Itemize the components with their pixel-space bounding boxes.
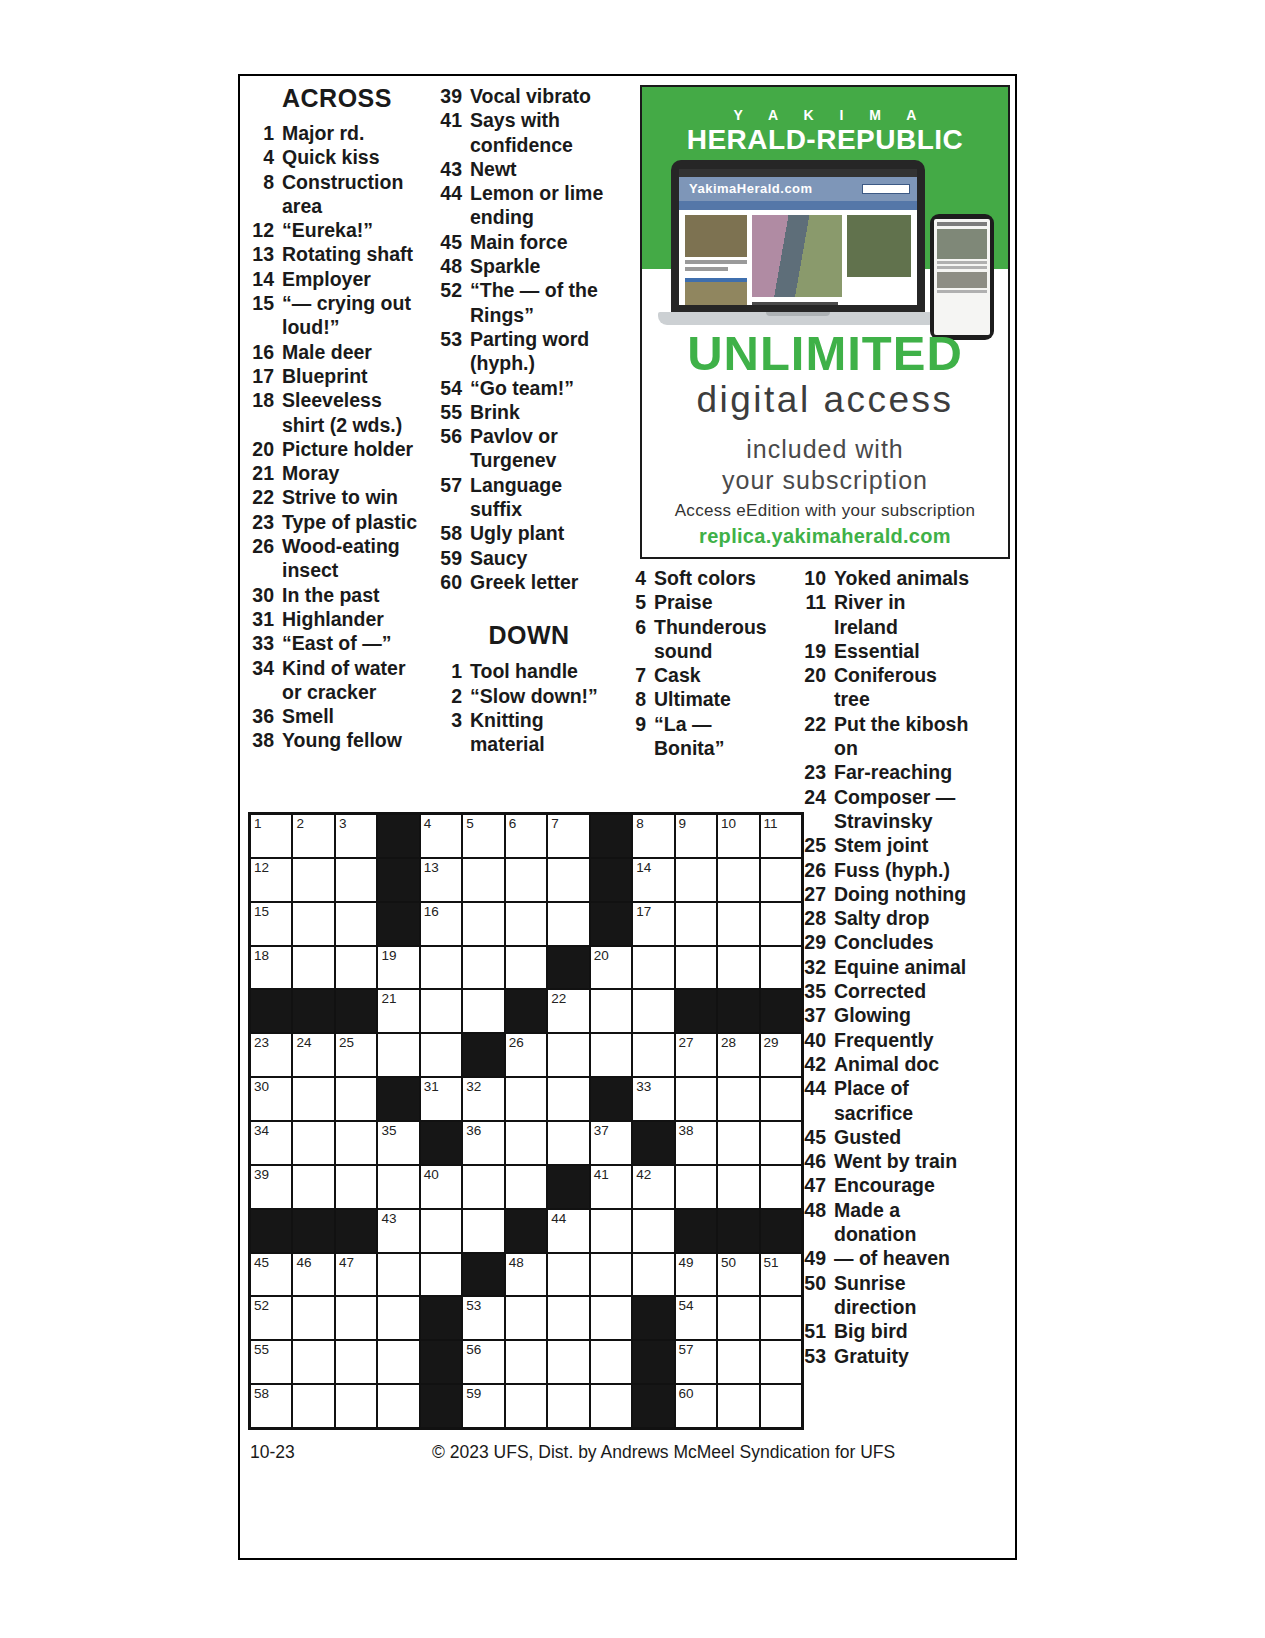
clue: 44Lemon or lime ending	[436, 181, 622, 230]
cell-number: 52	[254, 1298, 269, 1313]
grid-cell[interactable]	[761, 1122, 801, 1164]
clue: 43Newt	[436, 157, 622, 181]
grid-cell[interactable]	[548, 859, 588, 901]
grid-cell[interactable]	[761, 1078, 801, 1120]
grid-cell[interactable]	[761, 1166, 801, 1208]
news-headline-line	[752, 302, 838, 305]
clue-text: Smell	[282, 704, 418, 728]
grid-cell[interactable]: 16	[421, 903, 461, 945]
grid-cell[interactable]: 10	[718, 815, 758, 857]
clue-number: 45	[436, 230, 462, 254]
grid-cell-black	[378, 903, 418, 945]
newspaper-crossword-page: { "game": "crossword", "position": { "ro…	[0, 0, 1265, 1638]
clue: 12“Eureka!”	[248, 218, 426, 242]
grid-cell[interactable]: 51	[761, 1254, 801, 1296]
clue: 51Big bird	[800, 1319, 976, 1343]
cell-number: 8	[636, 816, 644, 831]
clue: 30In the past	[248, 583, 426, 607]
cell-number: 47	[339, 1255, 354, 1270]
grid-cell[interactable]	[761, 947, 801, 989]
grid-cell-black	[548, 1166, 588, 1208]
grid-cell[interactable]: 35	[378, 1122, 418, 1164]
grid-cell[interactable]: 25	[336, 1034, 376, 1076]
clue-number: 56	[436, 424, 462, 473]
clue-number: 19	[800, 639, 826, 663]
clue-number: 21	[248, 461, 274, 485]
cell-number: 25	[339, 1035, 354, 1050]
grid-cell[interactable]: 36	[463, 1122, 503, 1164]
cell-number: 21	[381, 991, 396, 1006]
grid-cell[interactable]: 8	[633, 815, 673, 857]
grid-cell[interactable]	[591, 1385, 631, 1427]
clue-text: Brink	[470, 400, 618, 424]
grid-cell[interactable]: 13	[421, 859, 461, 901]
grid-cell[interactable]	[761, 1341, 801, 1383]
clue-number: 2	[436, 684, 462, 708]
grid-cell[interactable]	[676, 1166, 716, 1208]
grid-cell[interactable]	[761, 1297, 801, 1339]
grid-cell[interactable]	[463, 903, 503, 945]
grid-cell[interactable]	[676, 859, 716, 901]
grid-cell[interactable]	[421, 990, 461, 1032]
cell-number: 28	[721, 1035, 736, 1050]
grid-cell[interactable]	[548, 903, 588, 945]
grid-cell[interactable]: 24	[293, 1034, 333, 1076]
grid-cell[interactable]	[463, 1210, 503, 1252]
clue-number: 30	[248, 583, 274, 607]
subscription-ad: Y A K I M A HERALD-REPUBLIC YakimaHerald…	[640, 85, 1010, 559]
grid-cell[interactable]: 11	[761, 815, 801, 857]
grid-cell[interactable]	[761, 903, 801, 945]
grid-cell[interactable]	[548, 1122, 588, 1164]
grid-cell[interactable]	[676, 1078, 716, 1120]
grid-cell[interactable]	[421, 1254, 461, 1296]
grid-cell[interactable]: 32	[463, 1078, 503, 1120]
website-masthead: YakimaHerald.com	[679, 177, 917, 201]
grid-cell[interactable]	[718, 1385, 758, 1427]
cell-number: 38	[679, 1123, 694, 1138]
clue-text: Young fellow	[282, 728, 418, 752]
cell-number: 39	[254, 1167, 269, 1182]
clue: 57Language suffix	[436, 473, 622, 522]
grid-cell[interactable]	[718, 1297, 758, 1339]
cell-number: 27	[679, 1035, 694, 1050]
grid-cell[interactable]	[718, 1166, 758, 1208]
clue-text: Composer — Stravinsky	[834, 785, 970, 834]
grid-cell[interactable]: 52	[251, 1297, 291, 1339]
clue-text: Quick kiss	[282, 145, 418, 169]
grid-cell[interactable]: 38	[676, 1122, 716, 1164]
grid-cell[interactable]	[676, 947, 716, 989]
grid-cell[interactable]: 46	[293, 1254, 333, 1296]
clue-number: 34	[248, 656, 274, 705]
grid-cell[interactable]	[633, 990, 673, 1032]
clue: 22Strive to win	[248, 485, 426, 509]
clue-text: Stem joint	[834, 833, 970, 857]
grid-cell[interactable]	[336, 1078, 376, 1120]
grid-cell[interactable]: 2	[293, 815, 333, 857]
grid-cell[interactable]: 60	[676, 1385, 716, 1427]
grid-cell[interactable]	[591, 1254, 631, 1296]
clue-text: Blueprint	[282, 364, 418, 388]
clue-text: Put the kibosh on	[834, 712, 970, 761]
phone-news-photo	[937, 272, 987, 288]
across-clue-column: ACROSS 1Major rd.4Quick kiss8Constructio…	[248, 84, 426, 753]
grid-cell[interactable]: 17	[633, 903, 673, 945]
grid-cell[interactable]: 12	[251, 859, 291, 901]
grid-cell[interactable]: 49	[676, 1254, 716, 1296]
grid-cell[interactable]: 45	[251, 1254, 291, 1296]
grid-cell[interactable]	[293, 1297, 333, 1339]
grid-cell[interactable]: 19	[378, 947, 418, 989]
grid-cell[interactable]	[761, 1385, 801, 1427]
clue-text: Greek letter	[470, 570, 618, 594]
grid-cell[interactable]	[336, 1341, 376, 1383]
cell-number: 44	[551, 1211, 566, 1226]
grid-cell-black	[293, 990, 333, 1032]
clue-text: “La — Bonita”	[654, 712, 764, 761]
grid-cell[interactable]: 9	[676, 815, 716, 857]
clue-number: 39	[436, 84, 462, 108]
grid-cell-black	[676, 990, 716, 1032]
cell-number: 54	[679, 1298, 694, 1313]
grid-cell[interactable]	[718, 947, 758, 989]
clue-number: 20	[248, 437, 274, 461]
grid-cell[interactable]	[718, 1341, 758, 1383]
grid-cell[interactable]	[421, 1034, 461, 1076]
grid-cell-black	[633, 1297, 673, 1339]
grid-cell[interactable]: 31	[421, 1078, 461, 1120]
grid-cell[interactable]: 28	[718, 1034, 758, 1076]
grid-cell[interactable]	[633, 1254, 673, 1296]
grid-cell[interactable]: 20	[591, 947, 631, 989]
grid-cell[interactable]	[421, 1210, 461, 1252]
clue-text: Knitting material	[470, 708, 618, 757]
grid-cell[interactable]	[378, 1166, 418, 1208]
grid-cell[interactable]	[506, 903, 546, 945]
grid-cell[interactable]: 26	[506, 1034, 546, 1076]
clue-text: Pavlov or Turgenev	[470, 424, 618, 473]
clue-text: — of heaven	[834, 1246, 970, 1270]
grid-cell[interactable]: 48	[506, 1254, 546, 1296]
grid-cell-black	[378, 859, 418, 901]
clue: 26Wood-eating insect	[248, 534, 426, 583]
cell-number: 34	[254, 1123, 269, 1138]
grid-cell[interactable]	[506, 1341, 546, 1383]
clue-number: 41	[436, 108, 462, 157]
grid-cell[interactable]	[421, 947, 461, 989]
cell-number: 30	[254, 1079, 269, 1094]
grid-cell[interactable]: 39	[251, 1166, 291, 1208]
grid-cell[interactable]	[463, 1166, 503, 1208]
cell-number: 51	[764, 1255, 779, 1270]
clue: 35Corrected	[800, 979, 976, 1003]
laptop-screen: YakimaHerald.com	[671, 160, 925, 312]
cell-number: 59	[466, 1386, 481, 1401]
clue-number: 23	[248, 510, 274, 534]
grid-cell[interactable]	[506, 859, 546, 901]
grid-cell[interactable]	[336, 1166, 376, 1208]
clue-text: Went by train	[834, 1149, 970, 1173]
grid-cell[interactable]: 18	[251, 947, 291, 989]
grid-cell-black	[633, 1341, 673, 1383]
grid-cell[interactable]: 58	[251, 1385, 291, 1427]
grid-cell[interactable]	[718, 1122, 758, 1164]
clue: 8Construction area	[248, 170, 426, 219]
grid-cell[interactable]	[336, 903, 376, 945]
website-search-box	[862, 184, 910, 194]
clue: 58Ugly plant	[436, 521, 622, 545]
grid-cell[interactable]	[676, 903, 716, 945]
grid-cell[interactable]: 23	[251, 1034, 291, 1076]
clue: 20Picture holder	[248, 437, 426, 461]
grid-cell[interactable]	[293, 1078, 333, 1120]
cell-number: 3	[339, 816, 347, 831]
grid-cell[interactable]	[633, 1210, 673, 1252]
clue: 20Coniferous tree	[800, 663, 976, 712]
grid-cell[interactable]	[548, 1385, 588, 1427]
grid-cell-black	[676, 1210, 716, 1252]
ad-access-line: Access eEdition with your subscription	[642, 501, 1008, 521]
cell-number: 24	[296, 1035, 311, 1050]
grid-cell[interactable]	[548, 1297, 588, 1339]
grid-cell-black	[761, 1210, 801, 1252]
clue-number: 1	[248, 121, 274, 145]
clue-number: 12	[248, 218, 274, 242]
cell-number: 33	[636, 1079, 651, 1094]
across-header: ACROSS	[248, 84, 426, 113]
clue-text: Picture holder	[282, 437, 418, 461]
grid-cell[interactable]: 3	[336, 815, 376, 857]
laptop-base	[658, 312, 938, 325]
grid-cell[interactable]	[548, 1078, 588, 1120]
down-clues-part3: 10Yoked animals11River in Ireland19Essen…	[800, 566, 976, 1368]
grid-cell[interactable]: 44	[548, 1210, 588, 1252]
grid-cell[interactable]	[761, 859, 801, 901]
cell-number: 36	[466, 1123, 481, 1138]
clue: 39Vocal vibrato	[436, 84, 622, 108]
grid-cell[interactable]	[336, 1122, 376, 1164]
clue-text: “East of —”	[282, 631, 418, 655]
grid-cell[interactable]	[336, 1297, 376, 1339]
grid-cell[interactable]: 14	[633, 859, 673, 901]
clue: 48Made a donation	[800, 1198, 976, 1247]
clue: 46Went by train	[800, 1149, 976, 1173]
clue: 36Smell	[248, 704, 426, 728]
grid-cell[interactable]	[293, 1341, 333, 1383]
clue-number: 8	[248, 170, 274, 219]
grid-cell[interactable]	[378, 1341, 418, 1383]
grid-cell[interactable]	[293, 859, 333, 901]
grid-cell[interactable]: 27	[676, 1034, 716, 1076]
cell-number: 6	[509, 816, 517, 831]
grid-cell[interactable]: 1	[251, 815, 291, 857]
clue: 1Major rd.	[248, 121, 426, 145]
grid-cell[interactable]	[506, 1122, 546, 1164]
clue-text: Encourage	[834, 1173, 970, 1197]
clue: 15“— crying out loud!”	[248, 291, 426, 340]
cell-number: 46	[296, 1255, 311, 1270]
cell-number: 2	[296, 816, 304, 831]
grid-cell[interactable]	[293, 1385, 333, 1427]
grid-cell[interactable]	[336, 1385, 376, 1427]
clue: 44Place of sacrifice	[800, 1076, 976, 1125]
grid-cell[interactable]	[293, 1166, 333, 1208]
clue-text: Employer	[282, 267, 418, 291]
grid-cell[interactable]: 47	[336, 1254, 376, 1296]
middle-clue-column: 39Vocal vibrato41Says with confidence43N…	[436, 84, 622, 756]
clue: 10Yoked animals	[800, 566, 976, 590]
across-clues-part2: 39Vocal vibrato41Says with confidence43N…	[436, 84, 622, 594]
grid-cell[interactable]	[506, 1297, 546, 1339]
grid-cell[interactable]	[506, 1166, 546, 1208]
grid-cell[interactable]	[548, 1254, 588, 1296]
grid-cell[interactable]	[633, 947, 673, 989]
clue: 25Stem joint	[800, 833, 976, 857]
grid-cell[interactable]	[378, 1254, 418, 1296]
grid-cell[interactable]: 50	[718, 1254, 758, 1296]
cell-number: 56	[466, 1342, 481, 1357]
grid-cell[interactable]: 33	[633, 1078, 673, 1120]
clue-text: Major rd.	[282, 121, 418, 145]
clue-number: 36	[248, 704, 274, 728]
cell-number: 31	[424, 1079, 439, 1094]
clue: 1Tool handle	[436, 659, 622, 683]
clue: 13Rotating shaft	[248, 242, 426, 266]
grid-cell[interactable]	[293, 947, 333, 989]
clue: 7Cask	[620, 663, 770, 687]
grid-cell[interactable]: 34	[251, 1122, 291, 1164]
clue-text: Far-reaching	[834, 760, 970, 784]
clue: 23Type of plastic	[248, 510, 426, 534]
website-topbar	[679, 169, 917, 177]
clue-number: 53	[436, 327, 462, 376]
grid-cell[interactable]: 42	[633, 1166, 673, 1208]
grid-cell[interactable]: 59	[463, 1385, 503, 1427]
down-clues-part1: 1Tool handle2“Slow down!”3Knitting mater…	[436, 659, 622, 756]
cell-number: 58	[254, 1386, 269, 1401]
grid-cell[interactable]	[378, 1297, 418, 1339]
ad-subheadline: included with your subscription	[642, 434, 1008, 496]
grid-cell[interactable]: 57	[676, 1341, 716, 1383]
grid-cell[interactable]	[591, 1210, 631, 1252]
grid-cell-black	[761, 990, 801, 1032]
clue-text: Gusted	[834, 1125, 970, 1149]
clue: 8Ultimate	[620, 687, 770, 711]
grid-cell[interactable]	[718, 859, 758, 901]
clue: 60Greek letter	[436, 570, 622, 594]
clue-number: 23	[800, 760, 826, 784]
clue: 38Young fellow	[248, 728, 426, 752]
grid-cell[interactable]	[591, 1297, 631, 1339]
grid-cell[interactable]: 40	[421, 1166, 461, 1208]
grid-cell[interactable]: 15	[251, 903, 291, 945]
cell-number: 37	[594, 1123, 609, 1138]
cell-number: 42	[636, 1167, 651, 1182]
clue: 50Sunrise direction	[800, 1271, 976, 1320]
grid-cell[interactable]	[591, 1341, 631, 1383]
grid-cell[interactable]	[718, 1078, 758, 1120]
cell-number: 15	[254, 904, 269, 919]
grid-cell[interactable]	[718, 903, 758, 945]
grid-cell[interactable]	[633, 1034, 673, 1076]
grid-cell[interactable]	[591, 990, 631, 1032]
clue-text: Animal doc	[834, 1052, 970, 1076]
clue-text: “Eureka!”	[282, 218, 418, 242]
grid-cell-black	[633, 1385, 673, 1427]
grid-cell[interactable]	[548, 1034, 588, 1076]
grid-cell[interactable]: 56	[463, 1341, 503, 1383]
cell-number: 1	[254, 816, 262, 831]
grid-cell[interactable]	[506, 1078, 546, 1120]
grid-cell[interactable]	[378, 1034, 418, 1076]
grid-cell[interactable]	[506, 1385, 546, 1427]
clue-text: Thunderous sound	[654, 615, 764, 664]
ad-headline-digital-access: digital access	[642, 379, 1008, 421]
grid-cell[interactable]: 7	[548, 815, 588, 857]
grid-cell[interactable]: 43	[378, 1210, 418, 1252]
across-clues-part1: 1Major rd.4Quick kiss8Construction area1…	[248, 121, 426, 753]
clue-number: 15	[248, 291, 274, 340]
grid-cell[interactable]	[293, 1122, 333, 1164]
grid-cell[interactable]	[336, 947, 376, 989]
grid-cell[interactable]	[463, 947, 503, 989]
clue: 31Highlander	[248, 607, 426, 631]
grid-cell[interactable]: 41	[591, 1166, 631, 1208]
grid-cell[interactable]: 55	[251, 1341, 291, 1383]
cell-number: 53	[466, 1298, 481, 1313]
clue-number: 4	[620, 566, 646, 590]
clue-number: 18	[248, 388, 274, 437]
grid-cell[interactable]: 5	[463, 815, 503, 857]
clue-text: Construction area	[282, 170, 418, 219]
grid-cell[interactable]	[548, 1341, 588, 1383]
clue-text: Gratuity	[834, 1344, 970, 1368]
clue: 54“Go team!”	[436, 376, 622, 400]
clue: 33“East of —”	[248, 631, 426, 655]
grid-cell[interactable]	[506, 947, 546, 989]
grid-cell-black	[506, 1210, 546, 1252]
grid-cell[interactable]: 30	[251, 1078, 291, 1120]
clue-number: 20	[800, 663, 826, 712]
grid-cell[interactable]: 29	[761, 1034, 801, 1076]
grid-cell[interactable]: 4	[421, 815, 461, 857]
grid-cell-black	[591, 903, 631, 945]
copyright-line: © 2023 UFS, Dist. by Andrews McMeel Synd…	[432, 1442, 895, 1463]
grid-cell[interactable]: 37	[591, 1122, 631, 1164]
clue: 3Knitting material	[436, 708, 622, 757]
grid-cell[interactable]	[463, 990, 503, 1032]
grid-cell-black	[421, 1341, 461, 1383]
grid-cell[interactable]	[463, 859, 503, 901]
ad-url: replica.yakimaherald.com	[642, 525, 1008, 548]
grid-cell[interactable]	[293, 903, 333, 945]
grid-cell[interactable]: 53	[463, 1297, 503, 1339]
grid-cell[interactable]: 54	[676, 1297, 716, 1339]
clue-number: 10	[800, 566, 826, 590]
clue: 4Soft colors	[620, 566, 770, 590]
clue-number: 7	[620, 663, 646, 687]
clue: 26Fuss (hyph.)	[800, 858, 976, 882]
grid-cell[interactable]: 6	[506, 815, 546, 857]
grid-cell[interactable]: 21	[378, 990, 418, 1032]
grid-cell[interactable]	[591, 1034, 631, 1076]
grid-cell[interactable]: 22	[548, 990, 588, 1032]
grid-cell[interactable]	[336, 859, 376, 901]
cell-number: 57	[679, 1342, 694, 1357]
grid-cell-black	[251, 1210, 291, 1252]
grid-cell[interactable]	[378, 1385, 418, 1427]
